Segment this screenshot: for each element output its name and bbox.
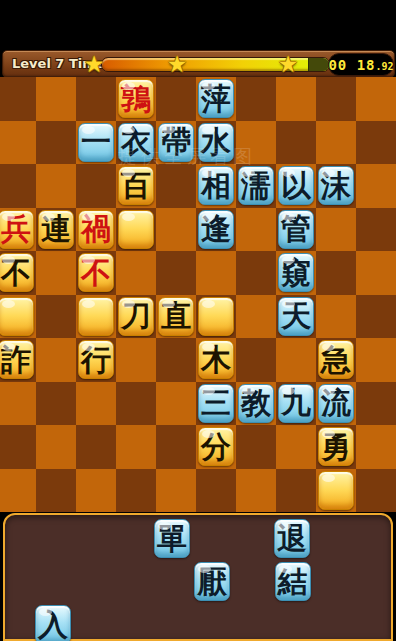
tray-tile[interactable]: 退 xyxy=(274,519,310,558)
board-cell xyxy=(36,382,76,426)
board-tile[interactable]: 禍 xyxy=(78,210,114,249)
board-cell xyxy=(316,208,356,252)
board-cell xyxy=(36,338,76,382)
board-cell xyxy=(156,382,196,426)
board-cell xyxy=(36,469,76,513)
board-cell xyxy=(156,77,196,121)
board-cell xyxy=(116,338,156,382)
board-cell xyxy=(76,425,116,469)
board-cell xyxy=(156,164,196,208)
timer-minutes: 00 xyxy=(328,57,347,73)
blank-slot[interactable] xyxy=(0,297,34,336)
board-cell xyxy=(356,164,396,208)
board-cell xyxy=(76,164,116,208)
board-tile[interactable]: 兵 xyxy=(0,210,34,249)
board-tile[interactable]: 行 xyxy=(78,340,114,379)
tray-tile[interactable]: 厭 xyxy=(194,562,230,601)
board-tile: 九 xyxy=(278,384,314,423)
board-cell xyxy=(316,251,356,295)
board-cell xyxy=(276,338,316,382)
board-cell xyxy=(236,208,276,252)
board-cell xyxy=(0,77,36,121)
hud-bar: Level 7 Time: 00 18 .92 ★★★ xyxy=(2,50,395,78)
board-cell xyxy=(156,208,196,252)
board-cell xyxy=(76,469,116,513)
board-tile: 窺 xyxy=(278,253,314,292)
board-tile[interactable]: 百 xyxy=(118,166,154,205)
board-cell xyxy=(356,77,396,121)
board-cell xyxy=(156,469,196,513)
board-cell xyxy=(276,469,316,513)
board-tile[interactable]: 不 xyxy=(0,253,34,292)
board-cell xyxy=(236,469,276,513)
board-tile: 一 xyxy=(78,123,114,162)
board-cell xyxy=(356,208,396,252)
board-tile[interactable]: 刀 xyxy=(118,297,154,336)
board-cell xyxy=(36,121,76,165)
board-tile[interactable]: 勇 xyxy=(318,427,354,466)
board-cell xyxy=(0,121,36,165)
blank-slot[interactable] xyxy=(78,297,114,336)
star-icon: ★ xyxy=(81,51,107,77)
board-cell xyxy=(316,295,356,339)
blank-slot[interactable] xyxy=(318,471,354,510)
tray-tile[interactable]: 單 xyxy=(154,519,190,558)
board-cell xyxy=(36,295,76,339)
board-cell xyxy=(236,77,276,121)
board-tile: 濡 xyxy=(238,166,274,205)
timer-seconds: 18 xyxy=(357,57,376,73)
tray-tile[interactable]: 入 xyxy=(35,605,71,641)
board-cell xyxy=(0,382,36,426)
board-cell xyxy=(356,295,396,339)
board-cell xyxy=(156,425,196,469)
board-tile: 管 xyxy=(278,210,314,249)
board-tile[interactable]: 分 xyxy=(198,427,234,466)
board-cell xyxy=(156,338,196,382)
board-cell xyxy=(356,469,396,513)
board-cell xyxy=(0,164,36,208)
timer-display: 00 18 .92 xyxy=(328,53,394,76)
board-tile: 流 xyxy=(318,384,354,423)
board-cell xyxy=(236,425,276,469)
board-cell xyxy=(0,425,36,469)
star-icon: ★ xyxy=(275,51,301,77)
board-cell xyxy=(0,469,36,513)
time-progress-remaining xyxy=(308,58,329,71)
board-cell xyxy=(356,121,396,165)
star-icon: ★ xyxy=(164,51,190,77)
board-cell xyxy=(156,251,196,295)
board-cell xyxy=(236,295,276,339)
board-cell xyxy=(36,77,76,121)
game-screen: Level 7 Time: 00 18 .92 ★★★ 鶉萍一衣帶水百相濡以沫兵… xyxy=(0,0,396,641)
board-tile: 萍 xyxy=(198,79,234,118)
board-tile[interactable]: 不 xyxy=(78,253,114,292)
board-cell xyxy=(276,77,316,121)
board-cell xyxy=(36,164,76,208)
board-tile[interactable]: 急 xyxy=(318,340,354,379)
board-tile: 相 xyxy=(198,166,234,205)
board-cell xyxy=(276,425,316,469)
board-cell xyxy=(116,469,156,513)
timer-fraction: .92 xyxy=(376,61,394,72)
board-tile[interactable]: 木 xyxy=(198,340,234,379)
board-cell xyxy=(316,121,356,165)
board-tile: 三 xyxy=(198,384,234,423)
board-cell xyxy=(116,251,156,295)
board-tile: 以 xyxy=(278,166,314,205)
board-cell xyxy=(116,425,156,469)
board-cell xyxy=(196,469,236,513)
board-tile: 沫 xyxy=(318,166,354,205)
board-cell xyxy=(236,251,276,295)
board-cell xyxy=(196,251,236,295)
board-cell xyxy=(316,77,356,121)
board-cell xyxy=(36,251,76,295)
board-tile[interactable]: 直 xyxy=(158,297,194,336)
board-tile[interactable]: 詐 xyxy=(0,340,34,379)
tile-tray: 單退厭結入 xyxy=(3,513,393,641)
board-cell xyxy=(76,77,116,121)
board-cell xyxy=(356,382,396,426)
board-cell xyxy=(356,425,396,469)
board-cell xyxy=(76,382,116,426)
board-cell xyxy=(236,338,276,382)
board-cell xyxy=(356,338,396,382)
board-cell xyxy=(276,121,316,165)
watermark-text: 提供全屏看图 xyxy=(118,144,256,170)
board-tile[interactable]: 鶉 xyxy=(118,79,154,118)
board-cell xyxy=(356,251,396,295)
blank-slot[interactable] xyxy=(198,297,234,336)
board-tile: 逢 xyxy=(198,210,234,249)
board-tile: 教 xyxy=(238,384,274,423)
blank-slot[interactable] xyxy=(118,210,154,249)
tray-tile[interactable]: 結 xyxy=(275,562,311,601)
board-cell xyxy=(36,425,76,469)
board-cell xyxy=(116,382,156,426)
board-tile: 天 xyxy=(278,297,314,336)
board-tile[interactable]: 連 xyxy=(38,210,74,249)
